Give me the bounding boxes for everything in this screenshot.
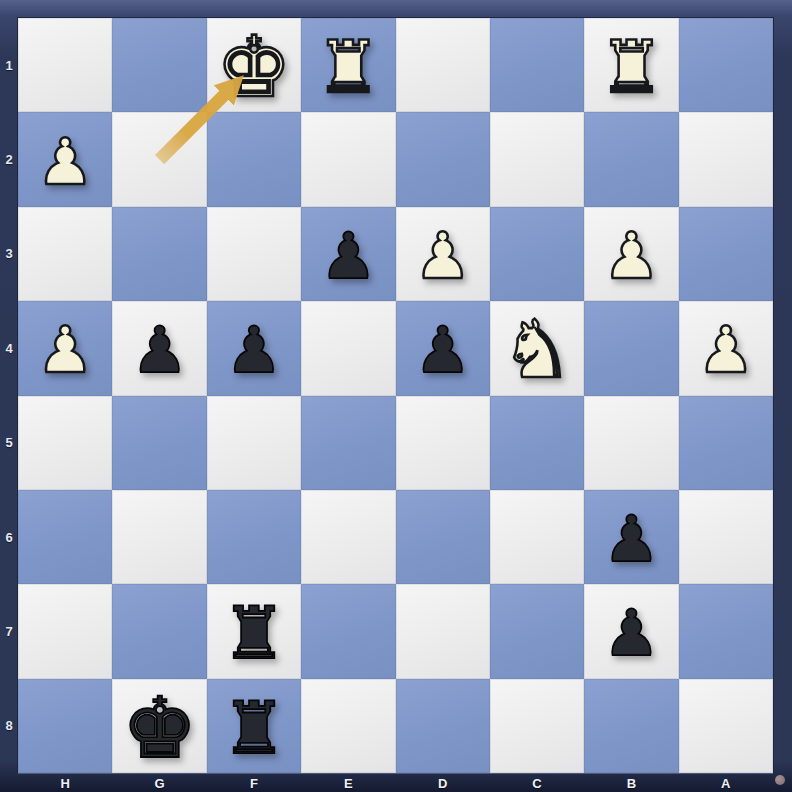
square-h4[interactable]: ♟	[18, 301, 112, 395]
black-pawn-d4[interactable]: ♟	[414, 318, 471, 382]
square-h8[interactable]	[18, 679, 112, 773]
file-label-h: H	[18, 774, 112, 792]
white-pawn-a4[interactable]: ♟	[697, 318, 754, 382]
chess-app-window: 12345678 ♚♜♜♟♟♟♟♟♟♟♟♞♟♟♜♟♚♜ HGFEDCBA	[0, 0, 792, 792]
rank-label-4: 4	[0, 301, 18, 395]
white-knight-c4[interactable]: ♞	[501, 310, 573, 390]
file-label-b: B	[584, 774, 678, 792]
square-b7[interactable]: ♟	[584, 584, 678, 678]
square-e5[interactable]	[301, 396, 395, 490]
square-e4[interactable]	[301, 301, 395, 395]
square-h1[interactable]	[18, 18, 112, 112]
square-a3[interactable]	[679, 207, 773, 301]
square-d8[interactable]	[396, 679, 490, 773]
rank-labels: 12345678	[0, 18, 18, 773]
white-pawn-h4[interactable]: ♟	[37, 318, 94, 382]
square-f4[interactable]: ♟	[207, 301, 301, 395]
watermark-dot	[775, 775, 785, 785]
white-king-f1[interactable]: ♚	[216, 25, 291, 109]
square-d4[interactable]: ♟	[396, 301, 490, 395]
square-a1[interactable]	[679, 18, 773, 112]
square-f6[interactable]	[207, 490, 301, 584]
file-label-c: C	[490, 774, 584, 792]
black-rook-f7[interactable]: ♜	[222, 597, 287, 669]
square-b8[interactable]	[584, 679, 678, 773]
black-pawn-e3[interactable]: ♟	[320, 224, 377, 288]
white-rook-b1[interactable]: ♜	[599, 31, 664, 103]
square-g7[interactable]	[112, 584, 206, 678]
square-f8[interactable]: ♜	[207, 679, 301, 773]
file-label-f: F	[207, 774, 301, 792]
square-b4[interactable]	[584, 301, 678, 395]
square-e3[interactable]: ♟	[301, 207, 395, 301]
square-c4[interactable]: ♞	[490, 301, 584, 395]
square-g5[interactable]	[112, 396, 206, 490]
file-label-g: G	[112, 774, 206, 792]
square-c2[interactable]	[490, 112, 584, 206]
square-b6[interactable]: ♟	[584, 490, 678, 584]
square-c5[interactable]	[490, 396, 584, 490]
square-b1[interactable]: ♜	[584, 18, 678, 112]
square-c7[interactable]	[490, 584, 584, 678]
square-h2[interactable]: ♟	[18, 112, 112, 206]
square-a6[interactable]	[679, 490, 773, 584]
square-d3[interactable]: ♟	[396, 207, 490, 301]
square-g3[interactable]	[112, 207, 206, 301]
rank-label-6: 6	[0, 490, 18, 584]
square-h3[interactable]	[18, 207, 112, 301]
rank-label-3: 3	[0, 207, 18, 301]
square-c3[interactable]	[490, 207, 584, 301]
square-f5[interactable]	[207, 396, 301, 490]
square-b2[interactable]	[584, 112, 678, 206]
square-g4[interactable]: ♟	[112, 301, 206, 395]
square-a5[interactable]	[679, 396, 773, 490]
square-h7[interactable]	[18, 584, 112, 678]
white-pawn-d3[interactable]: ♟	[414, 224, 471, 288]
square-a8[interactable]	[679, 679, 773, 773]
rank-label-7: 7	[0, 584, 18, 678]
square-f7[interactable]: ♜	[207, 584, 301, 678]
square-g8[interactable]: ♚	[112, 679, 206, 773]
square-d5[interactable]	[396, 396, 490, 490]
white-rook-e1[interactable]: ♜	[316, 31, 381, 103]
white-pawn-h2[interactable]: ♟	[37, 130, 94, 194]
square-g2[interactable]	[112, 112, 206, 206]
square-a2[interactable]	[679, 112, 773, 206]
square-g6[interactable]	[112, 490, 206, 584]
file-label-a: A	[679, 774, 773, 792]
file-label-d: D	[396, 774, 490, 792]
square-e2[interactable]	[301, 112, 395, 206]
black-pawn-g4[interactable]: ♟	[131, 318, 188, 382]
square-f2[interactable]	[207, 112, 301, 206]
black-pawn-b7[interactable]: ♟	[603, 601, 660, 665]
square-c1[interactable]	[490, 18, 584, 112]
black-king-g8[interactable]: ♚	[122, 686, 197, 770]
square-f1[interactable]: ♚	[207, 18, 301, 112]
rank-label-8: 8	[0, 679, 18, 773]
square-f3[interactable]	[207, 207, 301, 301]
square-d7[interactable]	[396, 584, 490, 678]
square-a4[interactable]: ♟	[679, 301, 773, 395]
black-pawn-b6[interactable]: ♟	[603, 507, 660, 571]
rank-label-1: 1	[0, 18, 18, 112]
square-d2[interactable]	[396, 112, 490, 206]
white-pawn-b3[interactable]: ♟	[603, 224, 660, 288]
square-d1[interactable]	[396, 18, 490, 112]
square-e6[interactable]	[301, 490, 395, 584]
square-c6[interactable]	[490, 490, 584, 584]
square-a7[interactable]	[679, 584, 773, 678]
square-e7[interactable]	[301, 584, 395, 678]
chess-board: ♚♜♜♟♟♟♟♟♟♟♟♞♟♟♜♟♚♜	[18, 18, 773, 773]
black-rook-f8[interactable]: ♜	[222, 692, 287, 764]
square-h6[interactable]	[18, 490, 112, 584]
square-e1[interactable]: ♜	[301, 18, 395, 112]
square-b5[interactable]	[584, 396, 678, 490]
file-label-e: E	[301, 774, 395, 792]
square-e8[interactable]	[301, 679, 395, 773]
square-c8[interactable]	[490, 679, 584, 773]
file-labels: HGFEDCBA	[18, 773, 773, 792]
rank-label-2: 2	[0, 112, 18, 206]
rank-label-5: 5	[0, 396, 18, 490]
square-d6[interactable]	[396, 490, 490, 584]
black-pawn-f4[interactable]: ♟	[225, 318, 282, 382]
square-g1[interactable]	[112, 18, 206, 112]
square-b3[interactable]: ♟	[584, 207, 678, 301]
square-h5[interactable]	[18, 396, 112, 490]
